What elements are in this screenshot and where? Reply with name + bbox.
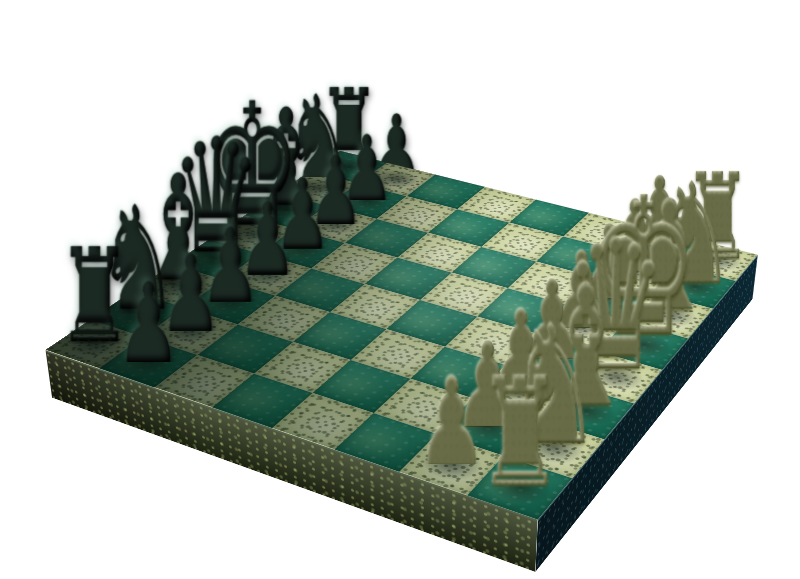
black-pawn[interactable]: ♟ bbox=[82, 120, 215, 380]
board-grid: ♜♟♟♜♞♟♟♞♝♟♟♝♚♟♟♚♛♟♟♛♝♟♟♝♞♟♟♞♜♟♟♜ bbox=[46, 151, 758, 520]
chess-board: ♜♟♟♜♞♟♟♞♝♟♟♝♚♟♟♚♛♟♟♛♝♟♟♝♞♟♟♞♜♟♟♜ bbox=[46, 151, 758, 520]
white-rook[interactable]: ♜ bbox=[445, 214, 595, 507]
chess-set-photo: ♜♟♟♜♞♟♟♞♝♟♟♝♚♟♟♚♛♟♟♛♝♟♟♝♞♟♟♞♜♟♟♜ bbox=[0, 0, 800, 579]
